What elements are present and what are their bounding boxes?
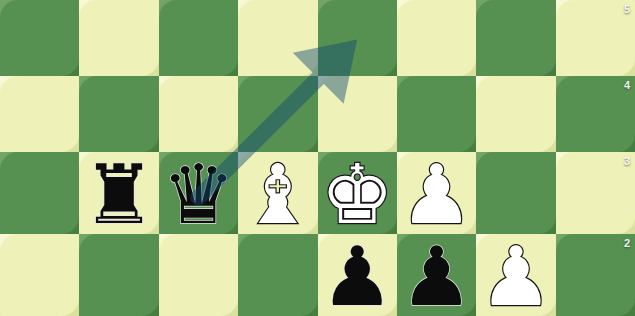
rank-label-5: 5: [624, 3, 630, 15]
square-d5[interactable]: [238, 0, 317, 76]
square-c4[interactable]: [159, 76, 238, 152]
black-queen-c3[interactable]: ♛: [162, 154, 236, 236]
black-pawn-f2[interactable]: ♟: [400, 236, 474, 316]
square-c3[interactable]: ♛: [159, 152, 238, 234]
square-e2[interactable]: ♟: [318, 234, 397, 316]
square-e5[interactable]: [318, 0, 397, 76]
square-b5[interactable]: [79, 0, 158, 76]
square-b4[interactable]: [79, 76, 158, 152]
white-pawn-g2[interactable]: ♟: [479, 236, 553, 316]
square-f4[interactable]: [397, 76, 476, 152]
square-h2[interactable]: 2: [556, 234, 635, 316]
board-viewport: 54♜♛♝♚♟3♟♟♟2: [0, 0, 635, 316]
chess-board: 54♜♛♝♚♟3♟♟♟2: [0, 0, 635, 316]
rank-label-2: 2: [624, 237, 630, 249]
square-h3[interactable]: 3: [556, 152, 635, 234]
square-g4[interactable]: [476, 76, 555, 152]
rank-label-3: 3: [624, 155, 630, 167]
square-f5[interactable]: [397, 0, 476, 76]
square-c5[interactable]: [159, 0, 238, 76]
square-g2[interactable]: ♟: [476, 234, 555, 316]
white-king-e3[interactable]: ♚: [320, 154, 394, 236]
square-g3[interactable]: [476, 152, 555, 234]
square-c2[interactable]: [159, 234, 238, 316]
black-rook-b3[interactable]: ♜: [82, 154, 156, 236]
square-g5[interactable]: [476, 0, 555, 76]
square-e4[interactable]: [318, 76, 397, 152]
square-a2[interactable]: [0, 234, 79, 316]
square-b2[interactable]: [79, 234, 158, 316]
square-e3[interactable]: ♚: [318, 152, 397, 234]
square-a4[interactable]: [0, 76, 79, 152]
square-b3[interactable]: ♜: [79, 152, 158, 234]
square-f3[interactable]: ♟: [397, 152, 476, 234]
square-f2[interactable]: ♟: [397, 234, 476, 316]
square-a5[interactable]: [0, 0, 79, 76]
square-d3[interactable]: ♝: [238, 152, 317, 234]
white-pawn-f3[interactable]: ♟: [400, 154, 474, 236]
black-pawn-e2[interactable]: ♟: [320, 236, 394, 316]
square-d2[interactable]: [238, 234, 317, 316]
square-d4[interactable]: [238, 76, 317, 152]
square-h4[interactable]: 4: [556, 76, 635, 152]
white-bishop-d3[interactable]: ♝: [241, 154, 315, 236]
square-a3[interactable]: [0, 152, 79, 234]
square-h5[interactable]: 5: [556, 0, 635, 76]
rank-label-4: 4: [624, 79, 630, 91]
